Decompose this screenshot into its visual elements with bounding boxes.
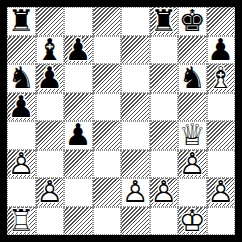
square-a2[interactable] [7, 178, 36, 207]
black-rook-piece[interactable]: ♜ [150, 7, 179, 36]
white-pawn-outline: ♙ [7, 150, 36, 179]
white-bishop-outline: ♗ [207, 64, 236, 93]
square-b6[interactable]: ♟ [36, 64, 65, 93]
white-pawn-fill: ♟ [121, 178, 150, 207]
white-pawn-piece[interactable]: ♟♙ [207, 178, 236, 207]
white-pawn-piece[interactable]: ♟♙ [178, 150, 207, 179]
black-knight-glyph: ♞ [7, 64, 36, 93]
square-c2[interactable] [64, 178, 93, 207]
square-d5[interactable] [93, 93, 122, 122]
white-king-fill: ♚ [178, 207, 207, 236]
square-a1[interactable]: ♜♖ [7, 207, 36, 236]
white-pawn-fill: ♟ [207, 178, 236, 207]
white-bishop-piece[interactable]: ♝♗ [207, 64, 236, 93]
square-c1[interactable] [64, 207, 93, 236]
square-f6[interactable] [150, 64, 179, 93]
square-f5[interactable] [150, 93, 179, 122]
square-a3[interactable]: ♟♙ [7, 150, 36, 179]
square-h1[interactable] [207, 207, 236, 236]
square-d6[interactable] [93, 64, 122, 93]
white-rook-outline: ♖ [7, 207, 36, 236]
square-a6[interactable]: ♞ [7, 64, 36, 93]
black-knight-glyph: ♞ [178, 64, 207, 93]
white-queen-piece[interactable]: ♛♕ [178, 121, 207, 150]
black-pawn-glyph: ♟ [64, 36, 93, 65]
square-a7[interactable] [7, 36, 36, 65]
square-g2[interactable] [178, 178, 207, 207]
white-pawn-piece[interactable]: ♟♙ [121, 178, 150, 207]
square-a4[interactable] [7, 121, 36, 150]
square-g4[interactable]: ♛♕ [178, 121, 207, 150]
square-g8[interactable]: ♚ [178, 7, 207, 36]
square-b8[interactable] [36, 7, 65, 36]
square-c5[interactable] [64, 93, 93, 122]
square-b1[interactable] [36, 207, 65, 236]
black-rook-piece[interactable]: ♜ [7, 7, 36, 36]
square-e2[interactable]: ♟♙ [121, 178, 150, 207]
white-pawn-fill: ♟ [7, 150, 36, 179]
square-e8[interactable] [121, 7, 150, 36]
square-d1[interactable] [93, 207, 122, 236]
white-bishop-fill: ♝ [207, 64, 236, 93]
white-pawn-outline: ♙ [36, 178, 65, 207]
square-c7[interactable]: ♟ [64, 36, 93, 65]
square-f7[interactable] [150, 36, 179, 65]
black-pawn-glyph: ♟ [36, 64, 65, 93]
square-d4[interactable] [93, 121, 122, 150]
white-queen-outline: ♕ [178, 121, 207, 150]
white-pawn-fill: ♟ [178, 150, 207, 179]
square-g1[interactable]: ♚♔ [178, 207, 207, 236]
black-rook-glyph: ♜ [150, 7, 179, 36]
black-pawn-piece[interactable]: ♟ [64, 36, 93, 65]
black-pawn-glyph: ♟ [64, 121, 93, 150]
square-f1[interactable] [150, 207, 179, 236]
square-f3[interactable] [150, 150, 179, 179]
square-e5[interactable] [121, 93, 150, 122]
white-rook-piece[interactable]: ♜♖ [7, 207, 36, 236]
white-pawn-outline: ♙ [150, 178, 179, 207]
black-pawn-glyph: ♟ [207, 36, 236, 65]
square-d7[interactable] [93, 36, 122, 65]
square-d2[interactable] [93, 178, 122, 207]
square-g6[interactable]: ♞ [178, 64, 207, 93]
square-e1[interactable] [121, 207, 150, 236]
square-h7[interactable]: ♟ [207, 36, 236, 65]
white-pawn-piece[interactable]: ♟♙ [36, 178, 65, 207]
chess-board: ♜♜♚♝♟♟♞♟♞♝♗♟♟♛♕♟♙♟♙♟♙♟♙♟♙♟♙♜♖♚♔ [7, 7, 235, 235]
square-b5[interactable] [36, 93, 65, 122]
square-c8[interactable] [64, 7, 93, 36]
square-c3[interactable] [64, 150, 93, 179]
square-a8[interactable]: ♜ [7, 7, 36, 36]
white-pawn-outline: ♙ [121, 178, 150, 207]
white-pawn-outline: ♙ [207, 178, 236, 207]
square-f8[interactable]: ♜ [150, 7, 179, 36]
square-h5[interactable] [207, 93, 236, 122]
black-pawn-glyph: ♟ [7, 93, 36, 122]
white-pawn-piece[interactable]: ♟♙ [7, 150, 36, 179]
square-h6[interactable]: ♝♗ [207, 64, 236, 93]
square-b7[interactable]: ♝ [36, 36, 65, 65]
square-e7[interactable] [121, 36, 150, 65]
white-pawn-fill: ♟ [150, 178, 179, 207]
white-queen-fill: ♛ [178, 121, 207, 150]
square-h4[interactable] [207, 121, 236, 150]
square-d8[interactable] [93, 7, 122, 36]
square-c6[interactable] [64, 64, 93, 93]
white-rook-fill: ♜ [7, 207, 36, 236]
white-pawn-fill: ♟ [36, 178, 65, 207]
white-king-outline: ♔ [178, 207, 207, 236]
square-d3[interactable] [93, 150, 122, 179]
square-g3[interactable]: ♟♙ [178, 150, 207, 179]
square-g5[interactable] [178, 93, 207, 122]
square-h3[interactable] [207, 150, 236, 179]
white-pawn-piece[interactable]: ♟♙ [150, 178, 179, 207]
black-king-piece[interactable]: ♚ [178, 7, 207, 36]
square-h8[interactable] [207, 7, 236, 36]
square-f4[interactable] [150, 121, 179, 150]
black-knight-piece[interactable]: ♞ [178, 64, 207, 93]
square-g7[interactable] [178, 36, 207, 65]
black-bishop-piece[interactable]: ♝ [36, 36, 65, 65]
square-c4[interactable]: ♟ [64, 121, 93, 150]
black-pawn-piece[interactable]: ♟ [64, 121, 93, 150]
square-e4[interactable] [121, 121, 150, 150]
black-rook-glyph: ♜ [7, 7, 36, 36]
black-bishop-glyph: ♝ [36, 36, 65, 65]
black-pawn-piece[interactable]: ♟ [36, 64, 65, 93]
white-king-piece[interactable]: ♚♔ [178, 207, 207, 236]
square-e3[interactable] [121, 150, 150, 179]
square-h2[interactable]: ♟♙ [207, 178, 236, 207]
black-king-glyph: ♚ [178, 7, 207, 36]
square-e6[interactable] [121, 64, 150, 93]
chess-diagram: ♜♜♚♝♟♟♞♟♞♝♗♟♟♛♕♟♙♟♙♟♙♟♙♟♙♟♙♜♖♚♔ [0, 0, 242, 242]
square-a5[interactable]: ♟ [7, 93, 36, 122]
white-pawn-outline: ♙ [178, 150, 207, 179]
square-b4[interactable] [36, 121, 65, 150]
black-pawn-piece[interactable]: ♟ [207, 36, 236, 65]
square-b2[interactable]: ♟♙ [36, 178, 65, 207]
black-knight-piece[interactable]: ♞ [7, 64, 36, 93]
square-b3[interactable] [36, 150, 65, 179]
black-pawn-piece[interactable]: ♟ [7, 93, 36, 122]
square-f2[interactable]: ♟♙ [150, 178, 179, 207]
